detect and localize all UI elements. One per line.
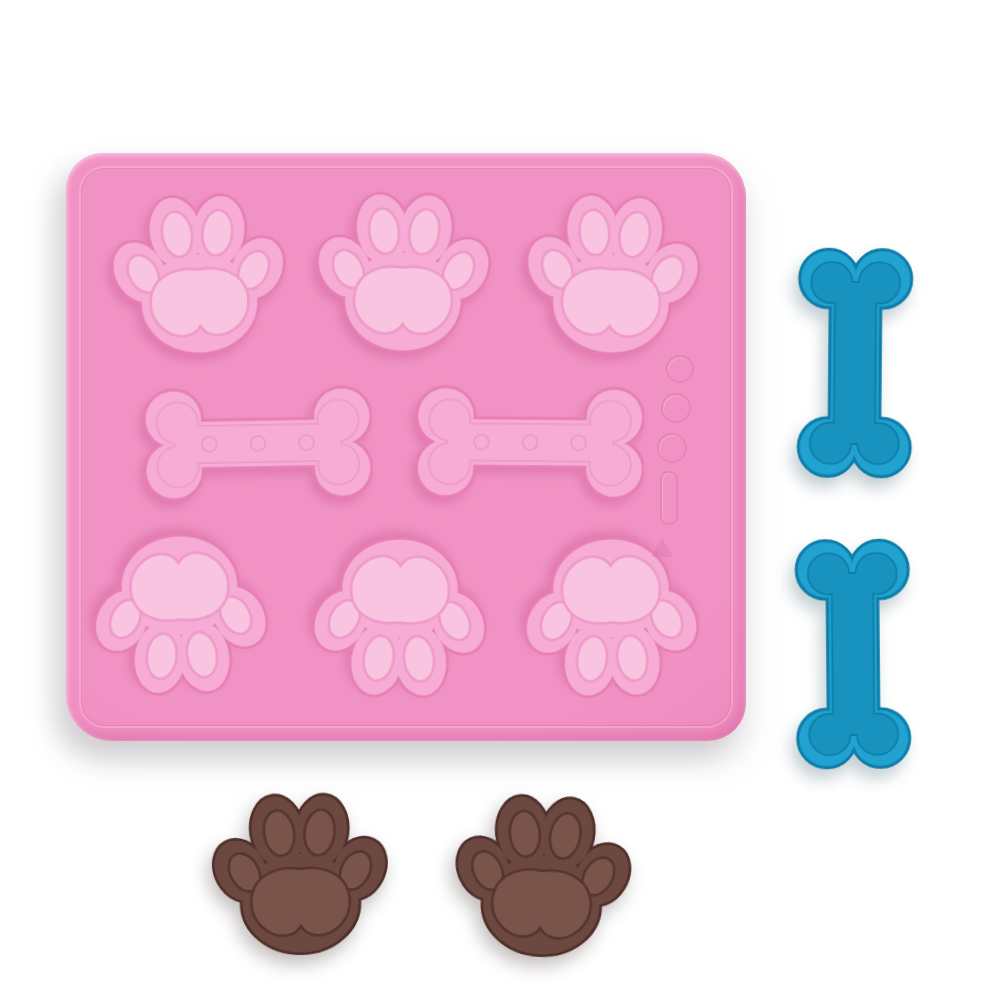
paw-cavity-top-3	[521, 184, 705, 361]
paw-cavity-bottom-3	[523, 534, 701, 705]
paw-cavity-bottom-2	[311, 534, 489, 705]
paw-cavity-top-2	[315, 184, 493, 355]
embossed-circle-mark-icon	[657, 433, 687, 463]
chocolate-paw-2	[451, 785, 636, 963]
embossed-bar-mark-icon	[660, 471, 678, 525]
bone-cavity-2	[416, 384, 645, 501]
embossed-circle-mark-icon	[661, 393, 691, 423]
paw-cavity-top-1	[108, 185, 289, 359]
blue-bone-piece-2	[791, 537, 915, 770]
product-photo-scene	[0, 0, 1000, 1000]
silicone-mold-tray	[66, 153, 746, 741]
bone-cavity-1	[143, 384, 373, 503]
blue-bone-piece-1	[793, 246, 917, 479]
chocolate-paw-1	[211, 785, 390, 957]
paw-cavity-bottom-1	[90, 530, 271, 704]
